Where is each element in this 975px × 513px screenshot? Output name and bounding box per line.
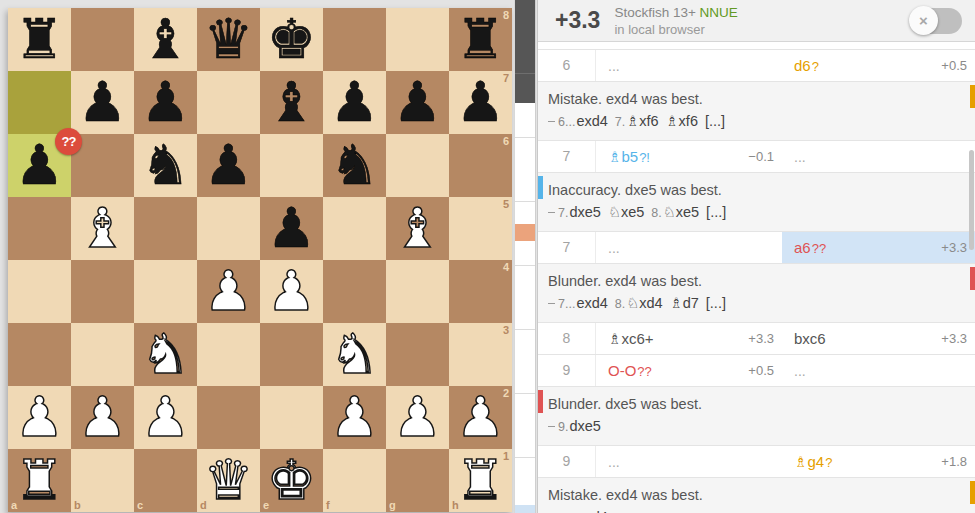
square-c4[interactable] [134,260,197,323]
chess-board[interactable]: ?? ♜♝♛♚♜8♟♟♝♟♟♟7♟♞♟♞6♝♟♝5♟♟4♞♞3♟♟♟♟♟♟2♜a… [8,8,512,512]
piece-white-pawn-d4[interactable]: ♟ [197,258,260,321]
rank-label-4: 4 [503,261,509,273]
piece-black-knight-f6[interactable]: ♞ [323,132,386,195]
piece-black-pawn-f7[interactable]: ♟ [323,69,386,132]
move-eval: +0.5 [748,363,782,378]
move-annotation: ?! [639,150,650,165]
piece-white-pawn-c2[interactable]: ♟ [134,384,197,447]
move-cell-black[interactable]: ... [782,141,975,172]
move-san: d6? [782,57,819,74]
variation-move[interactable]: exd4 [576,509,607,513]
variation-move[interactable]: dxe5 [569,418,600,434]
move-number: 8 [538,323,596,354]
engine-location: in local browser [614,22,737,37]
move-san: ... [596,58,620,74]
square-a5[interactable] [8,197,71,260]
variation-move-number[interactable]: 7. [615,115,625,129]
move-san: ... [596,454,620,470]
square-e6[interactable] [260,134,323,197]
square-d4[interactable]: ♟ [197,260,260,323]
piece-white-pawn-e4[interactable]: ♟ [260,258,323,321]
square-c8[interactable]: ♝ [134,8,197,71]
square-d3[interactable] [197,323,260,386]
piece-black-pawn-b7[interactable]: ♟ [71,69,134,132]
move-cell-white[interactable]: ... [596,446,782,477]
gauge-tick [515,393,535,394]
variation-line[interactable]: 9.dxe5 [548,415,965,438]
file-label-e: e [263,499,269,511]
move-san: ... [782,149,806,165]
move-cell-black[interactable]: ... [782,355,975,386]
eval-gauge-black-share [515,0,535,103]
square-b8[interactable] [71,8,134,71]
variation-move-number[interactable]: 9. [558,420,568,434]
gauge-tick [515,73,535,74]
variation-move[interactable]: ♘xe5 [663,204,699,220]
move-cell-white[interactable]: O-O??+0.5 [596,355,782,386]
rank-label-2: 2 [503,387,509,399]
file-label-c: c [137,499,143,511]
square-h4[interactable]: 4 [449,260,512,323]
piece-black-knight-c6[interactable]: ♞ [134,132,197,195]
variation-move-number[interactable]: 6... [558,115,575,129]
piece-black-rook-a8[interactable]: ♜ [8,6,71,69]
variation-move[interactable]: ♗d7 [670,295,699,311]
move-eval: +1.8 [941,454,975,469]
engine-eval: +3.3 [555,7,600,34]
move-cell-white[interactable]: ... [596,232,782,263]
piece-white-knight-f3[interactable]: ♞ [323,321,386,384]
move-cell-white[interactable]: ... [596,50,782,81]
variation-line[interactable]: 7...exd48.♘xd4♗d7[...] [548,292,965,315]
nnue-badge: NNUE [700,5,738,20]
square-h1[interactable]: ♜1h [449,449,512,512]
move-cell-white[interactable]: ♗b5?!−0.1 [596,141,782,172]
analysis-panel: +3.3 Stockfish 13+ NNUE in local browser… [537,0,975,513]
rank-label-6: 6 [503,135,509,147]
move-annotation: ?? [637,364,651,379]
square-g1[interactable]: g [386,449,449,512]
square-c7[interactable]: ♟ [134,71,197,134]
rank-label-7: 7 [503,72,509,84]
move-cell-white[interactable]: ♗xc6++3.3 [596,323,782,354]
square-g5[interactable]: ♝ [386,197,449,260]
square-a8[interactable]: ♜ [8,8,71,71]
piece-black-pawn-g7[interactable]: ♟ [386,69,449,132]
square-f6[interactable]: ♞ [323,134,386,197]
square-f3[interactable]: ♞ [323,323,386,386]
blunder-badge: ?? [55,128,82,155]
square-f5[interactable] [323,197,386,260]
square-h2[interactable]: ♟2 [449,386,512,449]
square-g2[interactable]: ♟ [386,386,449,449]
square-g7[interactable]: ♟ [386,71,449,134]
square-f4[interactable] [323,260,386,323]
judgment-comment: Inaccuracy. dxe5 was best.7.dxe5♘xe58.♘x… [538,172,975,231]
rank-label-8: 8 [503,9,509,21]
variation-move[interactable]: exd4 [576,113,607,129]
piece-white-pawn-b2[interactable]: ♟ [71,384,134,447]
rank-label-3: 3 [503,324,509,336]
judgment-text: Inaccuracy. dxe5 was best. [548,179,965,201]
square-b3[interactable] [71,323,134,386]
square-g3[interactable] [386,323,449,386]
file-label-g: g [389,499,396,511]
move-row: 6...d6?+0.5 [538,49,975,81]
square-e1[interactable]: ♚e [260,449,323,512]
variation-line[interactable]: 9...exd4 [548,506,965,513]
square-a3[interactable] [8,323,71,386]
square-a4[interactable] [8,260,71,323]
square-h3[interactable]: 3 [449,323,512,386]
move-eval: −0.1 [748,149,782,164]
square-d6[interactable]: ♟ [197,134,260,197]
square-h6[interactable]: 6 [449,134,512,197]
piece-white-knight-c3[interactable]: ♞ [134,321,197,384]
move-cell-black[interactable]: bxc6+3.3 [782,323,975,354]
piece-black-pawn-e5[interactable]: ♟ [260,195,323,258]
judgment-bar [970,481,975,504]
move-cell-black[interactable]: d6?+0.5 [782,50,975,81]
eval-gauge-bottom-strip [515,505,535,513]
square-b5[interactable]: ♝ [71,197,134,260]
judgment-comment: Blunder. exd4 was best.7...exd48.♘xd4♗d7… [538,263,975,322]
variation-line[interactable]: 7.dxe5♘xe58.♘xe5[...] [548,201,965,224]
move-san: ♗xc6+ [596,330,654,348]
file-label-b: b [74,499,81,511]
square-b2[interactable]: ♟ [71,386,134,449]
piece-white-king-e1[interactable]: ♚ [260,447,323,510]
variation-move[interactable]: ♘xe5 [608,204,644,220]
variation-move[interactable]: dxe5 [569,204,600,220]
judgment-bar [538,390,543,413]
piece-black-bishop-e7[interactable]: ♝ [260,69,323,132]
move-number: 7 [538,141,596,172]
engine-header: +3.3 Stockfish 13+ NNUE in local browser… [538,0,975,42]
move-cell-black[interactable]: a6??+3.3 [782,232,975,263]
gauge-tick [515,265,535,266]
square-d5[interactable] [197,197,260,260]
judgment-comment: Mistake. exd4 was best.9...exd4 [538,477,975,513]
move-cell-black[interactable]: ♗g4?+1.8 [782,446,975,477]
variation-move-number[interactable]: 7. [558,206,568,220]
move-annotation: ? [812,59,819,74]
square-d2[interactable] [197,386,260,449]
move-number: 6 [538,50,596,81]
judgment-text: Mistake. exd4 was best. [548,484,965,506]
file-label-h: h [452,499,459,511]
variation-move-number[interactable]: 8. [615,297,625,311]
move-number: 9 [538,446,596,477]
move-eval: +0.5 [941,58,975,73]
move-list: 6...d6?+0.5Mistake. exd4 was best.6...ex… [538,42,975,513]
move-number: 9 [538,355,596,386]
square-g6[interactable] [386,134,449,197]
piece-black-bishop-c8[interactable]: ♝ [134,6,197,69]
judgment-text: Blunder. dxe5 was best. [548,393,965,415]
move-row: 9...♗g4?+1.8 [538,445,975,477]
gauge-tick [515,137,535,138]
square-c3[interactable]: ♞ [134,323,197,386]
square-b7[interactable]: ♟ [71,71,134,134]
move-row: 7♗b5?!−0.1... [538,140,975,172]
square-g4[interactable] [386,260,449,323]
judgment-text: Blunder. exd4 was best. [548,270,965,292]
piece-black-pawn-d6[interactable]: ♟ [197,132,260,195]
judgment-comment: Mistake. exd4 was best.6...exd47.♗xf6♗xf… [538,81,975,140]
move-san: bxc6 [782,330,826,347]
variation-move[interactable]: ♘xd4 [626,295,662,311]
square-b4[interactable] [71,260,134,323]
move-eval: +3.3 [941,331,975,346]
piece-white-pawn-g2[interactable]: ♟ [386,384,449,447]
move-eval: +3.3 [748,331,782,346]
judgment-text: Mistake. exd4 was best. [548,88,965,110]
engine-name-text: Stockfish 13+ [614,5,695,20]
file-label-f: f [326,499,330,511]
piece-black-queen-d8[interactable]: ♛ [197,6,260,69]
square-f7[interactable]: ♟ [323,71,386,134]
move-san: ♗g4? [782,453,832,471]
judgment-bar [970,267,975,290]
square-f1[interactable]: f [323,449,386,512]
gauge-tick [515,457,535,458]
move-annotation: ? [825,455,832,470]
move-row: 9O-O??+0.5... [538,354,975,386]
square-f8[interactable] [323,8,386,71]
file-label-a: a [11,499,17,511]
scrollbar-thumb[interactable] [969,150,974,250]
square-c1[interactable]: c [134,449,197,512]
square-h8[interactable]: ♜8 [449,8,512,71]
square-e7[interactable]: ♝ [260,71,323,134]
move-san: ... [596,240,620,256]
variation-line[interactable]: 6...exd47.♗xf6♗xf6[...] [548,110,965,133]
move-row: 7...a6??+3.3 [538,231,975,263]
gauge-tick [515,329,535,330]
piece-white-bishop-b5[interactable]: ♝ [71,195,134,258]
variation-move[interactable]: [...] [706,204,726,220]
move-san: ♗b5?! [596,148,650,166]
piece-black-pawn-c7[interactable]: ♟ [134,69,197,132]
square-g8[interactable] [386,8,449,71]
square-a2[interactable]: ♟ [8,386,71,449]
move-annotation: ?? [812,241,826,256]
square-a7[interactable] [8,71,71,134]
variation-move[interactable]: [...] [706,295,726,311]
move-san: ... [782,363,806,379]
rank-label-1: 1 [503,450,509,462]
square-e5[interactable]: ♟ [260,197,323,260]
piece-black-king-e8[interactable]: ♚ [260,6,323,69]
variation-move[interactable]: ♗xf6 [666,113,698,129]
move-san: a6?? [782,239,826,256]
square-h7[interactable]: ♟7 [449,71,512,134]
engine-toggle-close-icon[interactable]: × [909,6,938,35]
square-d8[interactable]: ♛ [197,8,260,71]
move-san: O-O?? [596,362,652,379]
square-b1[interactable]: b [71,449,134,512]
square-f2[interactable]: ♟ [323,386,386,449]
piece-white-pawn-f2[interactable]: ♟ [323,384,386,447]
square-h5[interactable]: 5 [449,197,512,260]
square-e3[interactable] [260,323,323,386]
square-e4[interactable]: ♟ [260,260,323,323]
judgment-comment: Blunder. dxe5 was best.9.dxe5 [538,386,975,445]
piece-white-rook-a1[interactable]: ♜ [8,447,71,510]
square-d1[interactable]: ♛d [197,449,260,512]
gauge-tick [515,201,535,202]
variation-move[interactable]: exd4 [576,295,607,311]
variation-move-number[interactable]: 8. [651,206,661,220]
variation-move-number[interactable]: 7... [558,297,575,311]
gauge-mark [515,224,535,241]
move-row: 8♗xc6++3.3bxc6+3.3 [538,322,975,354]
piece-white-bishop-g5[interactable]: ♝ [386,195,449,258]
variation-move[interactable]: ♗xf6 [626,113,658,129]
judgment-bar [538,176,543,199]
square-c2[interactable]: ♟ [134,386,197,449]
file-label-d: d [200,499,207,511]
rank-label-5: 5 [503,198,509,210]
square-a1[interactable]: ♜a [8,449,71,512]
eval-gauge [514,0,536,513]
square-c6[interactable]: ♞ [134,134,197,197]
variation-move[interactable]: [...] [705,113,725,129]
engine-name: Stockfish 13+ NNUE [614,4,737,22]
square-e2[interactable] [260,386,323,449]
move-number: 7 [538,232,596,263]
piece-white-pawn-a2[interactable]: ♟ [8,384,71,447]
square-c5[interactable] [134,197,197,260]
judgment-bar [970,85,975,108]
square-e8[interactable]: ♚ [260,8,323,71]
engine-toggle[interactable]: × [910,8,962,34]
square-d7[interactable] [197,71,260,134]
